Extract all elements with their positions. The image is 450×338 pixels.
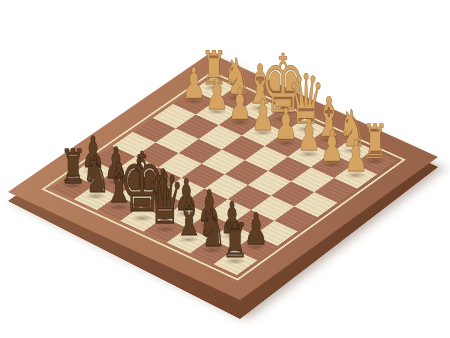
chess-board: [8, 53, 438, 300]
chess-set-photo: ♜♞♝♛♚♝♞♜♟♟♟♟♟♟♟♟♟♟♟♟♟♟♟♟♜♞♝♛♚♝♞♜: [0, 0, 450, 338]
